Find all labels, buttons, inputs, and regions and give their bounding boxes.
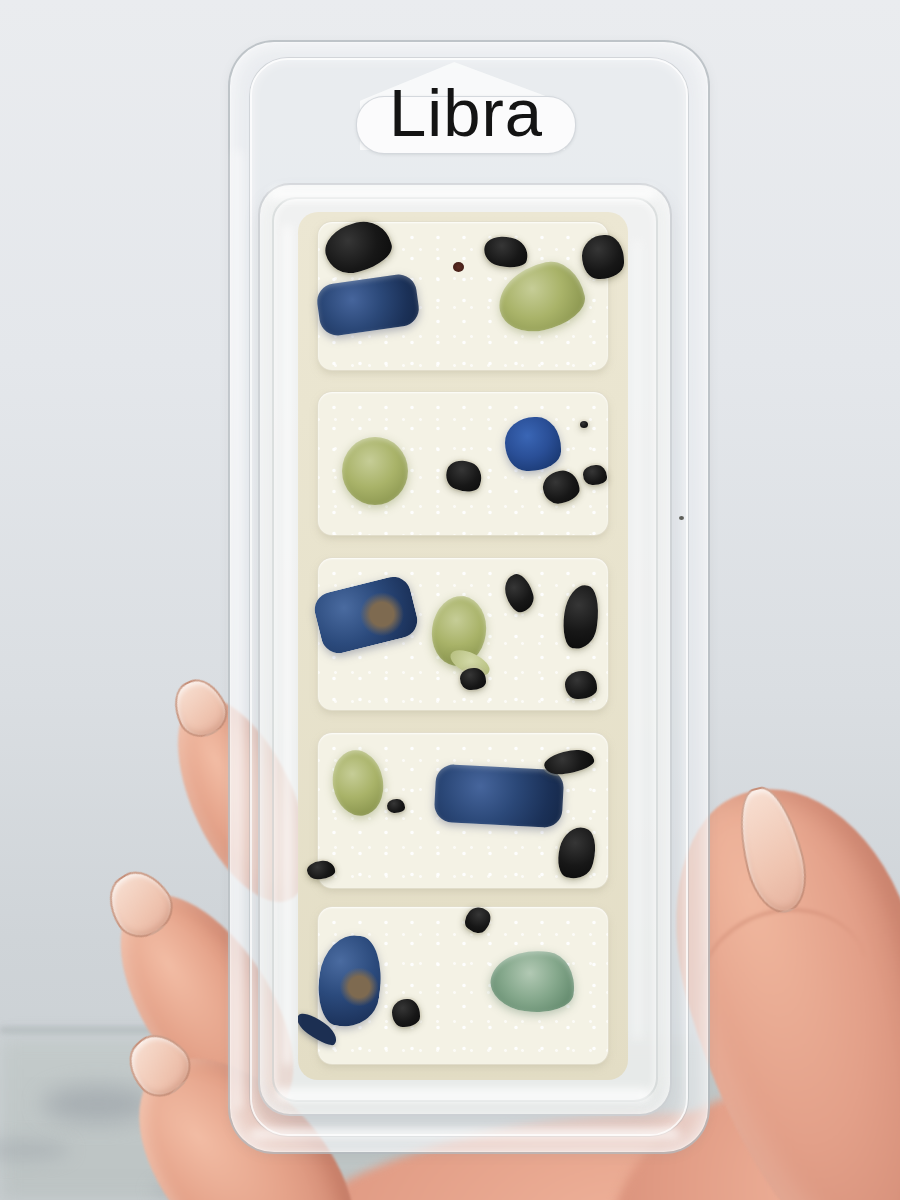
black-tourmaline-stone xyxy=(387,799,405,813)
plastic-glare-bottom-flange xyxy=(250,1128,680,1140)
garnet-speck-stone xyxy=(453,262,464,272)
photo-canvas: Libra xyxy=(0,0,900,1200)
plastic-glare-left-flange xyxy=(233,150,243,1110)
product-label-text: Libra xyxy=(389,79,543,146)
lapis-lazuli-stone xyxy=(505,417,561,471)
black-tourmaline-stone xyxy=(460,668,486,690)
lapis-lazuli-stone xyxy=(434,764,565,829)
plastic-glare-tray-bottom xyxy=(276,1088,650,1102)
plastic-glare-right-wall xyxy=(634,240,641,1040)
black-tourmaline-stone xyxy=(565,671,597,699)
black-tourmaline-stone xyxy=(582,235,624,279)
plastic-glare-left-wall xyxy=(283,225,292,1065)
green-aventurine-stone xyxy=(342,437,408,505)
dust-speck xyxy=(679,516,684,520)
black-speck-stone xyxy=(580,421,588,428)
black-tourmaline-stone xyxy=(583,465,607,485)
plastic-glare-tray-top xyxy=(270,188,656,200)
black-tourmaline-stone xyxy=(392,999,420,1027)
product-label: Libra xyxy=(356,96,576,154)
